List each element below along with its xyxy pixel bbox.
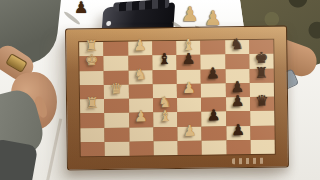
table-edge-highlight bbox=[45, 118, 62, 180]
square-g1: ♚ bbox=[79, 56, 103, 71]
square-b2 bbox=[105, 127, 129, 142]
piece-bP-g5: ♟ bbox=[176, 53, 200, 66]
chess-board: ♜♟♝♞♚♝♟♚♞♟♜♛♟♟♜♞♟♛♟♝♟♟♟ bbox=[65, 25, 289, 170]
square-c3: ♟ bbox=[129, 113, 153, 128]
square-e6 bbox=[201, 83, 225, 98]
captured-dark-pawn: ♟ bbox=[74, 0, 88, 16]
square-b5: ♟ bbox=[177, 126, 201, 141]
piece-bP-b7: ♟ bbox=[226, 123, 250, 136]
square-b1 bbox=[80, 128, 104, 143]
piece-bB-g4: ♝ bbox=[152, 53, 176, 66]
square-f3: ♞ bbox=[128, 70, 152, 85]
square-b4 bbox=[153, 126, 177, 141]
captured-white-pawn-2: ♟ bbox=[204, 8, 222, 28]
square-g4: ♝ bbox=[152, 55, 176, 70]
square-e3 bbox=[128, 84, 152, 99]
square-e2: ♛ bbox=[104, 84, 128, 99]
piece-wK-g1: ♚ bbox=[79, 54, 103, 67]
square-g2 bbox=[104, 56, 128, 71]
square-h3: ♟ bbox=[128, 41, 152, 56]
square-g7 bbox=[225, 54, 249, 69]
square-f6: ♟ bbox=[201, 69, 225, 84]
square-d2 bbox=[104, 99, 128, 114]
piece-wP-e5: ♟ bbox=[177, 81, 201, 94]
square-c4: ♝ bbox=[153, 112, 177, 127]
piece-wP-c3: ♟ bbox=[129, 111, 153, 124]
square-a7 bbox=[226, 140, 250, 155]
square-c1 bbox=[80, 113, 104, 128]
piece-wQ-e2: ♛ bbox=[104, 82, 128, 95]
piece-bN-h7: ♞ bbox=[225, 38, 249, 51]
square-g5: ♟ bbox=[176, 55, 200, 70]
captured-white-pawn-1: ♟ bbox=[181, 4, 199, 24]
square-a4 bbox=[153, 141, 177, 156]
square-d5 bbox=[177, 98, 201, 113]
clock-side-dot bbox=[106, 21, 111, 26]
piece-bP-d7: ♟ bbox=[225, 95, 249, 108]
square-d8: ♛ bbox=[250, 97, 274, 112]
square-d7: ♟ bbox=[225, 97, 249, 112]
square-a2 bbox=[105, 141, 129, 156]
square-f8: ♜ bbox=[249, 68, 273, 83]
square-h6 bbox=[200, 40, 224, 55]
square-b3 bbox=[129, 127, 153, 142]
piece-wN-f3: ♞ bbox=[128, 68, 152, 81]
square-b8 bbox=[250, 125, 274, 140]
square-b7: ♟ bbox=[226, 125, 250, 140]
square-f1 bbox=[80, 71, 104, 86]
square-h7: ♞ bbox=[225, 40, 249, 55]
piece-wR-d1: ♜ bbox=[80, 97, 104, 110]
piece-wP-b5: ♟ bbox=[177, 124, 201, 137]
square-c6: ♟ bbox=[201, 112, 225, 127]
piece-bP-c6: ♟ bbox=[201, 110, 225, 123]
square-a5 bbox=[178, 140, 202, 155]
square-c2 bbox=[104, 113, 128, 128]
piece-wB-c4: ♝ bbox=[153, 110, 177, 123]
square-h2 bbox=[103, 42, 127, 57]
square-e5: ♟ bbox=[177, 83, 201, 98]
clock-rocker-buttons bbox=[113, 0, 169, 12]
square-a1 bbox=[81, 142, 105, 157]
square-a3 bbox=[129, 141, 153, 156]
piece-wP-h3: ♟ bbox=[128, 39, 152, 52]
square-f4 bbox=[152, 70, 176, 85]
board-grid: ♜♟♝♞♚♝♟♚♞♟♜♛♟♟♜♞♟♛♟♝♟♟♟ bbox=[78, 39, 276, 158]
board-brand-mark bbox=[232, 158, 266, 164]
photo-scene: ♟ ♟ ♟ ♜♟♝♞♚♝♟♚♞♟♜♛♟♟♜♞♟♛♟♝♟♟♟ bbox=[0, 0, 320, 180]
square-d1: ♜ bbox=[80, 99, 104, 114]
square-a8 bbox=[250, 139, 274, 154]
piece-bQ-d8: ♛ bbox=[250, 95, 274, 108]
square-a6 bbox=[202, 140, 226, 155]
square-c8 bbox=[250, 111, 274, 126]
square-b6 bbox=[202, 126, 226, 141]
piece-bR-f8: ♜ bbox=[249, 66, 273, 79]
piece-bP-f6: ♟ bbox=[201, 67, 225, 80]
